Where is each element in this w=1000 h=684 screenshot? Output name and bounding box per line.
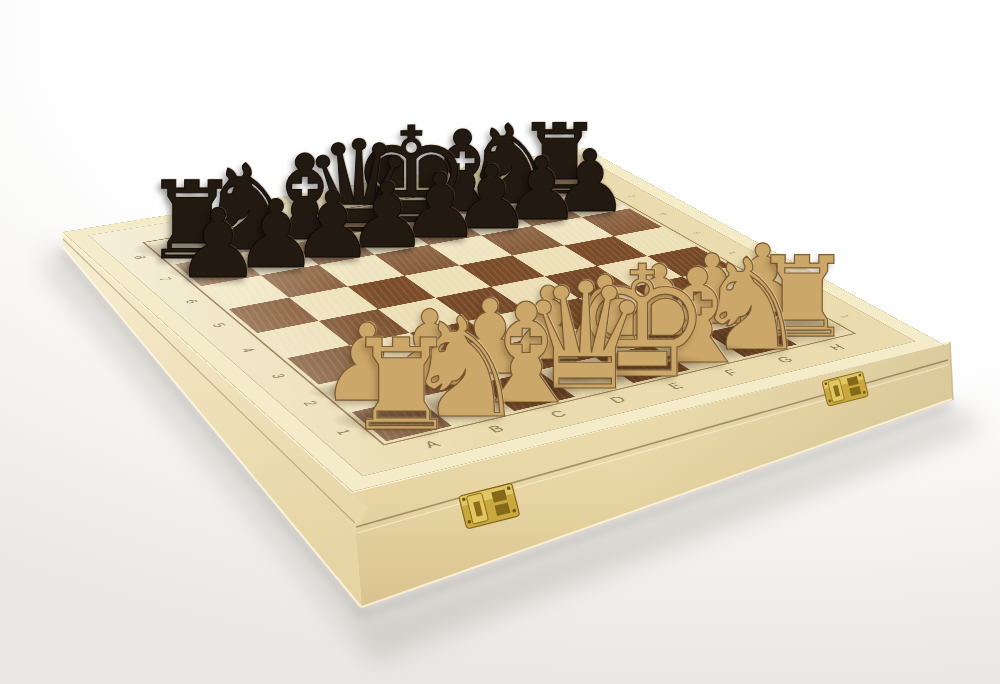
- chess-box-scene: ABCDEFGH8765432187654321 ♜♞♝♟♚♟♛♟♝♟♞♟♜♟♟…: [0, 0, 1000, 684]
